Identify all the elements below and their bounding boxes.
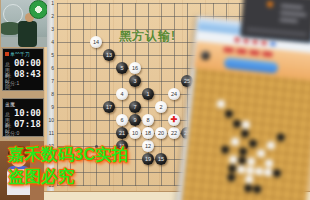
row-label: 6: [44, 65, 54, 72]
mini-stone: [241, 129, 250, 138]
row-label: 10: [44, 117, 54, 124]
last-move-marker-icon: ✚: [171, 116, 178, 124]
screen: 1234567891011121314151234567891011121314…: [0, 0, 310, 200]
remain-time-value: 08:43: [14, 69, 41, 79]
mini-stone: [225, 109, 234, 118]
score: 比分:1: [5, 80, 41, 87]
result-banner: 黑方认输!: [119, 28, 176, 45]
row-label: 9: [44, 104, 54, 111]
player-name: 单^^千刀: [5, 51, 41, 58]
mini-stone: [233, 119, 242, 128]
row-label: 11: [44, 130, 54, 137]
name-icon: [5, 52, 9, 56]
total-time-value: 10:00: [14, 108, 41, 118]
toolbar-dot-icon: [243, 38, 248, 43]
stone-6-white: 6: [116, 114, 128, 126]
mini-stone: [249, 139, 258, 148]
stone-3-black: 3: [129, 75, 141, 87]
mini-stone: [217, 100, 226, 109]
stone-5-black: 5: [116, 62, 128, 74]
grid-line: [57, 16, 246, 17]
mini-stone: [266, 141, 275, 150]
row-label: 5: [44, 52, 54, 59]
mini-stone: [238, 156, 247, 165]
stone-9-black: 9: [129, 114, 141, 126]
mini-stone: [227, 173, 236, 182]
blurred-dark-panel: [240, 0, 310, 43]
stone-15-black: 15: [155, 153, 167, 165]
stone-4-white: 4: [116, 88, 128, 100]
stone-2-white: 2: [155, 101, 167, 113]
grid-line: [57, 3, 246, 4]
mini-stone: [239, 147, 248, 156]
mini-stone: [265, 159, 274, 168]
total-time-value: 00:00: [14, 58, 41, 68]
green-badge-icon: [29, 0, 47, 19]
mini-stone: [253, 185, 262, 194]
stone-21-black: 21: [116, 127, 128, 139]
person: [18, 21, 37, 47]
stone-10-white: 10: [129, 127, 141, 139]
mini-stone: [257, 149, 266, 158]
mini-stone: [255, 167, 264, 176]
row-label: 7: [44, 78, 54, 85]
mini-stone: [242, 120, 251, 129]
black-stone-icon: [200, 51, 210, 61]
stone-19-black: 19: [142, 153, 154, 165]
watermark-line2: 盗图必究: [8, 165, 128, 187]
stone-13-black: 13: [103, 49, 115, 61]
player-name: 蓝魔: [5, 101, 41, 108]
watermark: 嘉禾数码3C实拍 盗图必究: [8, 143, 128, 187]
player-panel-top: 单^^千刀 总用时:00:00 剩时间:08:43 比分:1: [2, 48, 44, 91]
toolbar-dot-icon: [270, 41, 275, 46]
mini-stone: [245, 175, 254, 184]
watermark-line1: 嘉禾数码3C实拍: [8, 143, 128, 165]
blurred-mini-board: [180, 68, 310, 200]
stone-8-white: 8: [142, 114, 154, 126]
webcam-view: [1, 0, 47, 47]
toolbar-dot-icon: [252, 39, 257, 44]
mini-stone: [273, 169, 282, 178]
stone-7-black: 7: [129, 101, 141, 113]
stone-16-white: 16: [129, 62, 141, 74]
toolbar-dot-icon: [234, 37, 239, 42]
row-label: 8: [44, 91, 54, 98]
mini-stone: [244, 184, 253, 193]
stone-12-white: 12: [142, 140, 154, 152]
remain-time-value: 07:18: [14, 119, 41, 129]
mini-stone: [264, 168, 273, 177]
mini-stone: [221, 145, 230, 154]
mini-stone: [231, 137, 240, 146]
stone-22-white: 22: [168, 127, 180, 139]
mini-stone: [228, 164, 237, 173]
mini-stone: [237, 165, 246, 174]
stone-26-white: ✚: [168, 114, 180, 126]
score: 比分:0: [5, 130, 41, 137]
stone-18-white: 18: [142, 127, 154, 139]
stone-14-white: 14: [90, 36, 102, 48]
mini-stone: [246, 166, 255, 175]
stone-24-white: 24: [168, 88, 180, 100]
mini-stone: [276, 133, 285, 142]
blurred-app-window[interactable]: [176, 16, 310, 200]
mini-stone: [229, 155, 238, 164]
stone-17-black: 17: [103, 101, 115, 113]
orange-dot-icon: [267, 1, 274, 8]
player-panel-bottom: 蓝魔 总用时:10:00 剩时间:07:18 比分:0: [2, 98, 44, 137]
toolbar-dot-icon: [261, 40, 266, 45]
stone-20-white: 20: [155, 127, 167, 139]
mini-stone: [247, 157, 256, 166]
stone-1-black: 1: [142, 88, 154, 100]
